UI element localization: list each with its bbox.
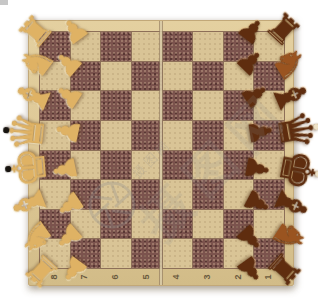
white-pawn-glyph: ♟ — [48, 152, 83, 184]
finial-tip — [313, 123, 318, 130]
finial-tip — [5, 166, 11, 172]
white-pawn-glyph: ♟ — [54, 249, 93, 289]
watermark-corner-fragment — [0, 0, 8, 5]
photo-stage: 87654321 ♜♞♝♛♚♝♞♜♟♟♟♟♟♟♟♟♟♟♟♟♟♟♟♟♜♞♝♛♚♝♞… — [0, 0, 318, 300]
finial-tip — [315, 170, 318, 177]
pieces-layer: ♜♞♝♛♚♝♞♜♟♟♟♟♟♟♟♟♟♟♟♟♟♟♟♟♜♞♝♛♚♝♞♜ — [29, 21, 293, 285]
white-pawn-glyph: ♟ — [51, 115, 86, 148]
chess-board: 87654321 ♜♞♝♛♚♝♞♜♟♟♟♟♟♟♟♟♟♟♟♟♟♟♟♟♜♞♝♛♚♝♞… — [28, 20, 294, 286]
